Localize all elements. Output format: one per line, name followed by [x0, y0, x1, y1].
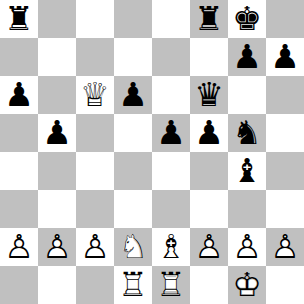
white-piece-outline: ♖	[152, 266, 190, 304]
black-bishop-icon: ♝	[228, 152, 266, 190]
black-rook-icon: ♜	[0, 0, 38, 38]
black-pawn-icon: ♟	[114, 76, 152, 114]
black-king-icon: ♚	[228, 0, 266, 38]
black-queen-icon: ♛	[190, 76, 228, 114]
square-c7[interactable]	[76, 38, 114, 76]
white-piece-outline: ♔	[228, 266, 266, 304]
black-knight-icon: ♞	[228, 114, 266, 152]
square-e8[interactable]	[152, 0, 190, 38]
square-c4[interactable]	[76, 152, 114, 190]
white-piece-outline: ♙	[190, 228, 228, 266]
square-b2[interactable]: ♟♙	[38, 228, 76, 266]
square-h6[interactable]	[266, 76, 304, 114]
white-piece-outline: ♙	[266, 228, 304, 266]
square-g5[interactable]: ♞	[228, 114, 266, 152]
black-pawn-icon: ♟	[152, 114, 190, 152]
square-f6[interactable]: ♛	[190, 76, 228, 114]
square-f3[interactable]	[190, 190, 228, 228]
square-g4[interactable]: ♝	[228, 152, 266, 190]
square-c6[interactable]: ♛♕	[76, 76, 114, 114]
white-pawn-icon: ♟♙	[228, 228, 266, 266]
square-h5[interactable]	[266, 114, 304, 152]
square-h4[interactable]	[266, 152, 304, 190]
square-a8[interactable]: ♜	[0, 0, 38, 38]
square-a1[interactable]	[0, 266, 38, 304]
white-king-icon: ♚♔	[228, 266, 266, 304]
white-piece-outline: ♕	[76, 76, 114, 114]
square-a2[interactable]: ♟♙	[0, 228, 38, 266]
square-f4[interactable]	[190, 152, 228, 190]
square-b1[interactable]	[38, 266, 76, 304]
square-h1[interactable]	[266, 266, 304, 304]
black-pawn-icon: ♟	[228, 38, 266, 76]
white-rook-icon: ♜♖	[152, 266, 190, 304]
white-piece-outline: ♙	[228, 228, 266, 266]
square-f7[interactable]	[190, 38, 228, 76]
square-a4[interactable]	[0, 152, 38, 190]
square-d5[interactable]	[114, 114, 152, 152]
chess-board: ♜♜♚♟♟♟♛♕♟♛♟♟♟♞♝♟♙♟♙♟♙♞♘♝♗♟♙♟♙♟♙♜♖♜♖♚♔	[0, 0, 304, 304]
square-e7[interactable]	[152, 38, 190, 76]
square-a7[interactable]	[0, 38, 38, 76]
white-knight-icon: ♞♘	[114, 228, 152, 266]
square-f1[interactable]	[190, 266, 228, 304]
white-pawn-icon: ♟♙	[266, 228, 304, 266]
square-e4[interactable]	[152, 152, 190, 190]
square-f5[interactable]: ♟	[190, 114, 228, 152]
square-f2[interactable]: ♟♙	[190, 228, 228, 266]
square-c5[interactable]	[76, 114, 114, 152]
square-e6[interactable]	[152, 76, 190, 114]
square-d2[interactable]: ♞♘	[114, 228, 152, 266]
square-e2[interactable]: ♝♗	[152, 228, 190, 266]
black-rook-icon: ♜	[190, 0, 228, 38]
black-pawn-icon: ♟	[266, 38, 304, 76]
square-g3[interactable]	[228, 190, 266, 228]
square-c8[interactable]	[76, 0, 114, 38]
white-bishop-icon: ♝♗	[152, 228, 190, 266]
black-pawn-icon: ♟	[190, 114, 228, 152]
square-g8[interactable]: ♚	[228, 0, 266, 38]
black-pawn-icon: ♟	[0, 76, 38, 114]
square-e5[interactable]: ♟	[152, 114, 190, 152]
white-piece-outline: ♙	[38, 228, 76, 266]
square-g7[interactable]: ♟	[228, 38, 266, 76]
square-d4[interactable]	[114, 152, 152, 190]
white-pawn-icon: ♟♙	[76, 228, 114, 266]
white-piece-outline: ♖	[114, 266, 152, 304]
square-b5[interactable]: ♟	[38, 114, 76, 152]
square-d8[interactable]	[114, 0, 152, 38]
square-h7[interactable]: ♟	[266, 38, 304, 76]
square-b4[interactable]	[38, 152, 76, 190]
square-a5[interactable]	[0, 114, 38, 152]
square-a6[interactable]: ♟	[0, 76, 38, 114]
square-c2[interactable]: ♟♙	[76, 228, 114, 266]
square-c1[interactable]	[76, 266, 114, 304]
square-h2[interactable]: ♟♙	[266, 228, 304, 266]
white-piece-outline: ♗	[152, 228, 190, 266]
square-e3[interactable]	[152, 190, 190, 228]
square-d3[interactable]	[114, 190, 152, 228]
white-pawn-icon: ♟♙	[0, 228, 38, 266]
square-c3[interactable]	[76, 190, 114, 228]
square-b6[interactable]	[38, 76, 76, 114]
white-piece-outline: ♙	[76, 228, 114, 266]
square-d1[interactable]: ♜♖	[114, 266, 152, 304]
square-h3[interactable]	[266, 190, 304, 228]
white-pawn-icon: ♟♙	[190, 228, 228, 266]
white-rook-icon: ♜♖	[114, 266, 152, 304]
square-b8[interactable]	[38, 0, 76, 38]
white-piece-outline: ♙	[0, 228, 38, 266]
square-h8[interactable]	[266, 0, 304, 38]
white-piece-outline: ♘	[114, 228, 152, 266]
square-f8[interactable]: ♜	[190, 0, 228, 38]
square-d7[interactable]	[114, 38, 152, 76]
square-g2[interactable]: ♟♙	[228, 228, 266, 266]
square-a3[interactable]	[0, 190, 38, 228]
square-e1[interactable]: ♜♖	[152, 266, 190, 304]
square-b7[interactable]	[38, 38, 76, 76]
square-b3[interactable]	[38, 190, 76, 228]
square-g6[interactable]	[228, 76, 266, 114]
square-g1[interactable]: ♚♔	[228, 266, 266, 304]
black-pawn-icon: ♟	[38, 114, 76, 152]
white-pawn-icon: ♟♙	[38, 228, 76, 266]
white-queen-icon: ♛♕	[76, 76, 114, 114]
square-d6[interactable]: ♟	[114, 76, 152, 114]
